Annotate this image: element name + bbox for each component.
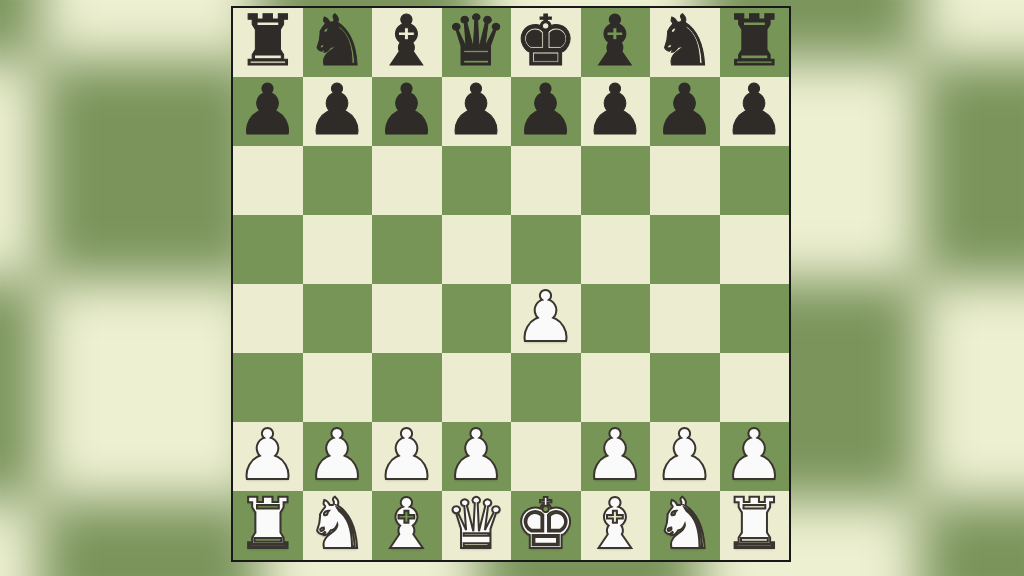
square-d4[interactable] [442,284,512,353]
white-queen-icon[interactable]: ♛ [445,489,508,559]
black-queen-icon[interactable]: ♛ [445,6,508,76]
square-c2[interactable]: ♟ [372,422,442,491]
square-d8[interactable]: ♛ [442,8,512,77]
square-c3[interactable] [372,353,442,422]
square-e6[interactable] [511,146,581,215]
black-rook-icon[interactable]: ♜ [723,6,786,76]
square-e4[interactable]: ♟ [511,284,581,353]
white-king-icon[interactable]: ♚ [514,489,577,559]
square-a7[interactable]: ♟ [233,77,303,146]
square-f2[interactable]: ♟ [581,422,651,491]
square-e3[interactable] [511,353,581,422]
square-a1[interactable]: ♜ [233,491,303,560]
square-a5[interactable] [233,215,303,284]
square-e2[interactable] [511,422,581,491]
square-h8[interactable]: ♜ [720,8,790,77]
white-pawn-icon[interactable]: ♟ [723,420,786,490]
square-f8[interactable]: ♝ [581,8,651,77]
square-d2[interactable]: ♟ [442,422,512,491]
white-pawn-icon[interactable]: ♟ [375,420,438,490]
square-g7[interactable]: ♟ [650,77,720,146]
square-a4[interactable] [233,284,303,353]
square-h5[interactable] [720,215,790,284]
square-b6[interactable] [303,146,373,215]
white-pawn-icon[interactable]: ♟ [514,282,577,352]
square-a3[interactable] [233,353,303,422]
black-knight-icon[interactable]: ♞ [306,6,369,76]
square-g1[interactable]: ♞ [650,491,720,560]
square-d5[interactable] [442,215,512,284]
square-d3[interactable] [442,353,512,422]
square-g5[interactable] [650,215,720,284]
black-bishop-icon[interactable]: ♝ [375,6,438,76]
square-b4[interactable] [303,284,373,353]
square-b5[interactable] [303,215,373,284]
square-f5[interactable] [581,215,651,284]
square-f3[interactable] [581,353,651,422]
black-pawn-icon[interactable]: ♟ [514,75,577,145]
app-window: ♜♞♝♛♚♝♞♜♟♟♟♟♟♟♟♟♟♟♟♟♟♟♟♟♜♞♝♛♚♝♞♜ [0,0,1024,576]
square-f7[interactable]: ♟ [581,77,651,146]
square-b8[interactable]: ♞ [303,8,373,77]
square-a8[interactable]: ♜ [233,8,303,77]
black-king-icon[interactable]: ♚ [514,6,577,76]
square-b7[interactable]: ♟ [303,77,373,146]
black-pawn-icon[interactable]: ♟ [723,75,786,145]
square-h3[interactable] [720,353,790,422]
square-g2[interactable]: ♟ [650,422,720,491]
square-d6[interactable] [442,146,512,215]
square-f6[interactable] [581,146,651,215]
square-b3[interactable] [303,353,373,422]
square-h6[interactable] [720,146,790,215]
white-knight-icon[interactable]: ♞ [653,489,716,559]
square-f4[interactable] [581,284,651,353]
chessboard[interactable]: ♜♞♝♛♚♝♞♜♟♟♟♟♟♟♟♟♟♟♟♟♟♟♟♟♜♞♝♛♚♝♞♜ [231,6,791,562]
white-rook-icon[interactable]: ♜ [723,489,786,559]
square-c1[interactable]: ♝ [372,491,442,560]
square-c4[interactable] [372,284,442,353]
white-rook-icon[interactable]: ♜ [236,489,299,559]
black-pawn-icon[interactable]: ♟ [445,75,508,145]
white-pawn-icon[interactable]: ♟ [584,420,647,490]
square-a6[interactable] [233,146,303,215]
black-pawn-icon[interactable]: ♟ [306,75,369,145]
square-d7[interactable]: ♟ [442,77,512,146]
white-knight-icon[interactable]: ♞ [306,489,369,559]
square-g8[interactable]: ♞ [650,8,720,77]
square-e1[interactable]: ♚ [511,491,581,560]
square-h1[interactable]: ♜ [720,491,790,560]
square-g6[interactable] [650,146,720,215]
black-bishop-icon[interactable]: ♝ [584,6,647,76]
square-e5[interactable] [511,215,581,284]
square-c5[interactable] [372,215,442,284]
white-pawn-icon[interactable]: ♟ [445,420,508,490]
square-b2[interactable]: ♟ [303,422,373,491]
black-knight-icon[interactable]: ♞ [653,6,716,76]
square-b1[interactable]: ♞ [303,491,373,560]
square-h7[interactable]: ♟ [720,77,790,146]
square-g3[interactable] [650,353,720,422]
square-d1[interactable]: ♛ [442,491,512,560]
white-pawn-icon[interactable]: ♟ [236,420,299,490]
square-a2[interactable]: ♟ [233,422,303,491]
white-bishop-icon[interactable]: ♝ [375,489,438,559]
square-f1[interactable]: ♝ [581,491,651,560]
square-c7[interactable]: ♟ [372,77,442,146]
square-c8[interactable]: ♝ [372,8,442,77]
black-pawn-icon[interactable]: ♟ [653,75,716,145]
white-pawn-icon[interactable]: ♟ [306,420,369,490]
white-bishop-icon[interactable]: ♝ [584,489,647,559]
square-c6[interactable] [372,146,442,215]
square-e8[interactable]: ♚ [511,8,581,77]
square-g4[interactable] [650,284,720,353]
black-pawn-icon[interactable]: ♟ [236,75,299,145]
black-rook-icon[interactable]: ♜ [236,6,299,76]
square-h4[interactable] [720,284,790,353]
square-h2[interactable]: ♟ [720,422,790,491]
black-pawn-icon[interactable]: ♟ [375,75,438,145]
black-pawn-icon[interactable]: ♟ [584,75,647,145]
square-e7[interactable]: ♟ [511,77,581,146]
white-pawn-icon[interactable]: ♟ [653,420,716,490]
